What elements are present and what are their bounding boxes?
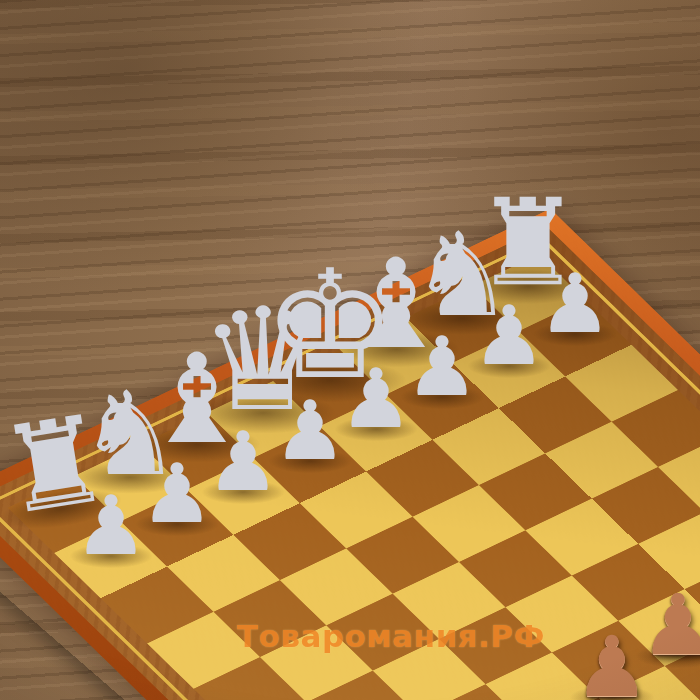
pieces-layer: ♜ ♞ ♟ ♝ ♟ ♚ ♟ ♛ ♟ ♝ ♟ ♞ ♟ ♜ ♟ ♟ ♟ ♟ [0,0,700,700]
piece-copper-pawn-f7[interactable]: ♟ [640,583,700,667]
chess-set-product-photo: Товаромания.РФ ♜ ♞ ♟ ♝ ♟ ♚ ♟ ♛ ♟ ♝ ♟ ♞ ♟… [0,0,700,700]
piece-silver-pawn-h2[interactable]: ♟ [538,263,612,345]
piece-silver-pawn-d2[interactable]: ♟ [273,390,347,472]
piece-silver-pawn-b2[interactable]: ♟ [140,453,214,535]
piece-silver-pawn-e2[interactable]: ♟ [339,358,413,440]
piece-silver-pawn-c2[interactable]: ♟ [206,421,280,503]
piece-silver-pawn-g2[interactable]: ♟ [472,295,546,377]
piece-silver-pawn-f2[interactable]: ♟ [405,326,479,408]
piece-silver-pawn-a2[interactable]: ♟ [74,485,148,567]
